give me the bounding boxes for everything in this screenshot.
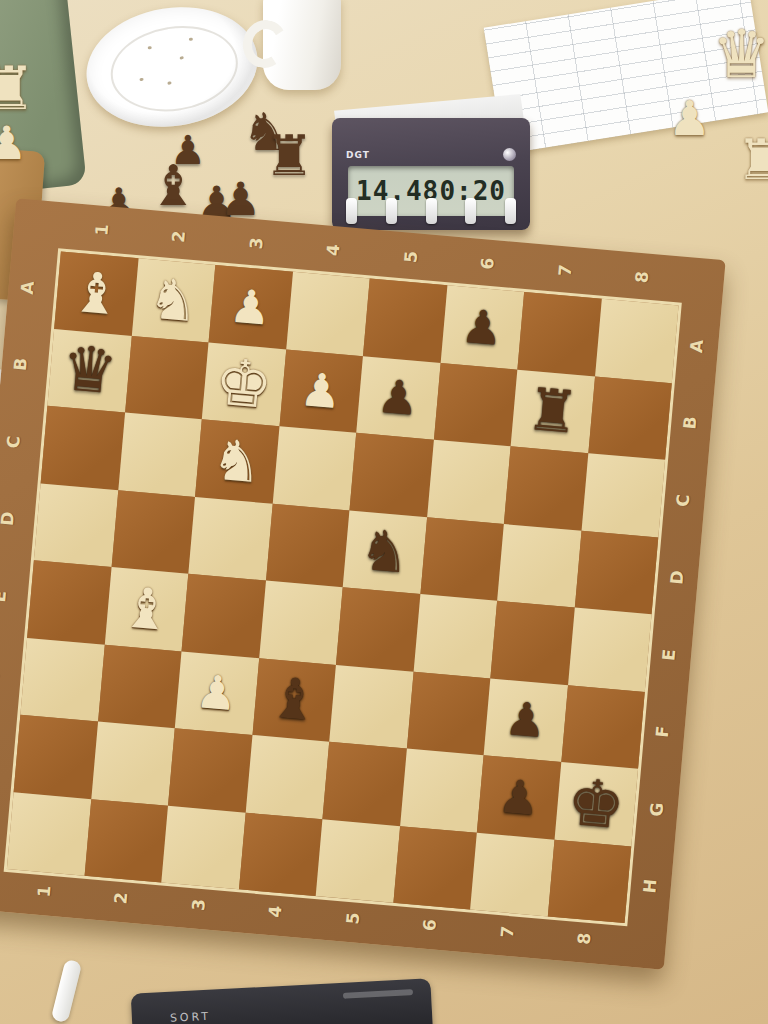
square-g6 bbox=[400, 748, 484, 832]
chess-clock: DGT 14.48 0:20 bbox=[332, 94, 530, 234]
square-g1 bbox=[14, 715, 98, 799]
square-b7: ♜ bbox=[511, 369, 595, 453]
square-a6: ♟ bbox=[440, 285, 524, 369]
square-g2 bbox=[91, 721, 175, 805]
square-c4 bbox=[272, 426, 356, 510]
square-d6 bbox=[420, 517, 504, 601]
square-b2 bbox=[125, 335, 209, 419]
coord-top-2: 2 bbox=[168, 230, 189, 244]
square-d7 bbox=[497, 524, 581, 608]
square-b4: ♟ bbox=[279, 349, 363, 433]
coord-bottom-5: 5 bbox=[342, 912, 363, 926]
captured-black-rook-7: ♜ bbox=[264, 128, 314, 184]
captured-white-rook-3: ♜ bbox=[736, 132, 768, 188]
chess-board: 1234567812345678ABCDEFGHABCDEFGH ♝♞♟♟♛♚♟… bbox=[0, 198, 726, 969]
captured-white-rook-4: ♜ bbox=[0, 58, 36, 118]
black-pawn-b5: ♟ bbox=[376, 373, 421, 422]
square-h6 bbox=[393, 826, 477, 910]
coord-left-C: C bbox=[3, 435, 24, 449]
square-f7: ♟ bbox=[484, 678, 568, 762]
captured-black-bishop-3: ♝ bbox=[148, 158, 198, 214]
square-f3: ♟ bbox=[175, 651, 259, 735]
square-b6 bbox=[433, 362, 517, 446]
black-pawn-a6: ♟ bbox=[460, 302, 505, 351]
square-c6 bbox=[427, 440, 511, 524]
coord-left-D: D bbox=[0, 511, 18, 527]
captured-white-queen-2: ♛ bbox=[712, 22, 768, 88]
coord-top-6: 6 bbox=[477, 257, 498, 271]
square-f8 bbox=[561, 685, 645, 769]
square-e3 bbox=[182, 574, 266, 658]
coord-bottom-3: 3 bbox=[188, 898, 209, 912]
square-d8 bbox=[574, 530, 658, 614]
clock-body: DGT 14.48 0:20 bbox=[332, 118, 530, 230]
square-a4 bbox=[286, 272, 370, 356]
square-h3 bbox=[161, 805, 245, 889]
coord-top-5: 5 bbox=[400, 250, 421, 264]
black-queen-b1: ♛ bbox=[59, 337, 120, 404]
white-pawn-b4: ♟ bbox=[298, 366, 343, 415]
square-b3: ♚ bbox=[202, 342, 286, 426]
square-h8 bbox=[547, 839, 631, 923]
coord-right-B: B bbox=[679, 416, 700, 431]
clock-logo-badge bbox=[503, 148, 516, 161]
clock-buttons bbox=[346, 198, 516, 224]
coord-right-F: F bbox=[652, 725, 673, 738]
square-d4 bbox=[266, 503, 350, 587]
white-knight-c3: ♞ bbox=[210, 431, 265, 491]
coord-bottom-8: 8 bbox=[574, 932, 595, 946]
square-b1: ♛ bbox=[47, 329, 131, 413]
square-f1 bbox=[20, 637, 104, 721]
plate-ring bbox=[105, 17, 244, 120]
white-knight-a2: ♞ bbox=[146, 270, 201, 330]
square-h1 bbox=[7, 792, 91, 876]
square-a3: ♟ bbox=[209, 265, 293, 349]
square-f4: ♝ bbox=[252, 658, 336, 742]
coord-right-E: E bbox=[658, 648, 679, 661]
pen bbox=[51, 959, 82, 1023]
square-c5 bbox=[349, 433, 433, 517]
clock-button-4 bbox=[465, 198, 476, 224]
coord-right-D: D bbox=[666, 570, 687, 586]
black-knight-d5: ♞ bbox=[357, 522, 412, 582]
square-c1 bbox=[41, 406, 125, 490]
coord-right-C: C bbox=[672, 493, 693, 507]
square-g8: ♚ bbox=[554, 762, 638, 846]
clock-button-1 bbox=[346, 198, 357, 224]
square-d1 bbox=[34, 483, 118, 567]
white-king-b3: ♚ bbox=[212, 350, 275, 419]
square-c2 bbox=[118, 413, 202, 497]
coord-left-E: E bbox=[0, 589, 10, 602]
square-c3: ♞ bbox=[195, 419, 279, 503]
board-grid: ♝♞♟♟♛♚♟♟♜♞♞♝♟♝♟♟♚ bbox=[7, 251, 679, 923]
square-g3 bbox=[168, 728, 252, 812]
square-g4 bbox=[245, 735, 329, 819]
square-f6 bbox=[406, 671, 490, 755]
coord-top-7: 7 bbox=[554, 264, 575, 278]
white-bishop-a1: ♝ bbox=[69, 263, 124, 323]
square-h2 bbox=[84, 799, 168, 883]
square-e6 bbox=[413, 594, 497, 678]
coord-bottom-2: 2 bbox=[110, 891, 131, 905]
black-bishop-f4: ♝ bbox=[267, 670, 322, 730]
coord-top-4: 4 bbox=[323, 243, 344, 257]
white-pawn-a3: ♟ bbox=[228, 282, 273, 331]
square-c7 bbox=[504, 446, 588, 530]
square-c8 bbox=[581, 453, 665, 537]
square-a8 bbox=[595, 299, 679, 383]
square-e4 bbox=[259, 580, 343, 664]
white-pawn-f3: ♟ bbox=[194, 668, 239, 717]
coord-right-A: A bbox=[686, 338, 707, 353]
square-h7 bbox=[470, 832, 554, 916]
captured-white-pawn-1: ♟ bbox=[668, 94, 711, 142]
coord-top-1: 1 bbox=[91, 223, 112, 237]
coord-right-H: H bbox=[639, 878, 660, 894]
black-pawn-g7: ♟ bbox=[496, 772, 541, 821]
white-bishop-e2: ♝ bbox=[119, 579, 174, 639]
square-f2 bbox=[98, 644, 182, 728]
square-b5: ♟ bbox=[356, 356, 440, 440]
coord-right-G: G bbox=[646, 801, 667, 817]
square-g7: ♟ bbox=[477, 755, 561, 839]
coord-bottom-4: 4 bbox=[265, 905, 286, 919]
coord-bottom-1: 1 bbox=[33, 885, 54, 899]
black-rook-b7: ♜ bbox=[524, 380, 581, 442]
square-e2: ♝ bbox=[104, 567, 188, 651]
board-playing-area: ♝♞♟♟♛♚♟♟♜♞♞♝♟♝♟♟♚ bbox=[4, 248, 682, 926]
coord-bottom-6: 6 bbox=[419, 918, 440, 932]
coord-left-A: A bbox=[17, 280, 38, 295]
square-e8 bbox=[568, 608, 652, 692]
dark-case: SORT bbox=[131, 978, 434, 1024]
clock-button-2 bbox=[386, 198, 397, 224]
captured-black-pawn-5: ♟ bbox=[220, 176, 261, 222]
square-f5 bbox=[329, 664, 413, 748]
coord-bottom-7: 7 bbox=[497, 925, 518, 939]
clock-brand: DGT bbox=[346, 150, 370, 160]
coord-left-B: B bbox=[10, 357, 31, 372]
coord-top-8: 8 bbox=[632, 270, 653, 284]
square-e5 bbox=[336, 587, 420, 671]
clock-button-3 bbox=[426, 198, 437, 224]
mug bbox=[263, 0, 341, 90]
square-d3 bbox=[188, 497, 272, 581]
case-stripe bbox=[343, 989, 413, 999]
coord-top-3: 3 bbox=[246, 237, 267, 251]
square-e1 bbox=[27, 560, 111, 644]
square-h4 bbox=[239, 812, 323, 896]
plate bbox=[78, 0, 266, 139]
square-d5: ♞ bbox=[343, 510, 427, 594]
tournament-table-photo: { "game": "chess", "scene_title": "Over-… bbox=[0, 0, 768, 1024]
square-a1: ♝ bbox=[54, 251, 138, 335]
black-king-g8: ♚ bbox=[565, 770, 628, 839]
black-pawn-f7: ♟ bbox=[503, 695, 548, 744]
square-g5 bbox=[322, 742, 406, 826]
square-h5 bbox=[316, 819, 400, 903]
square-a7 bbox=[517, 292, 601, 376]
coord-left-F: F bbox=[0, 667, 3, 680]
square-a5 bbox=[363, 278, 447, 362]
square-a2: ♞ bbox=[131, 258, 215, 342]
square-b8 bbox=[588, 376, 672, 460]
case-label: SORT bbox=[170, 1010, 212, 1024]
clock-button-5 bbox=[505, 198, 516, 224]
square-e7 bbox=[490, 601, 574, 685]
captured-white-pawn-5: ♟ bbox=[0, 120, 27, 166]
square-d2 bbox=[111, 490, 195, 574]
